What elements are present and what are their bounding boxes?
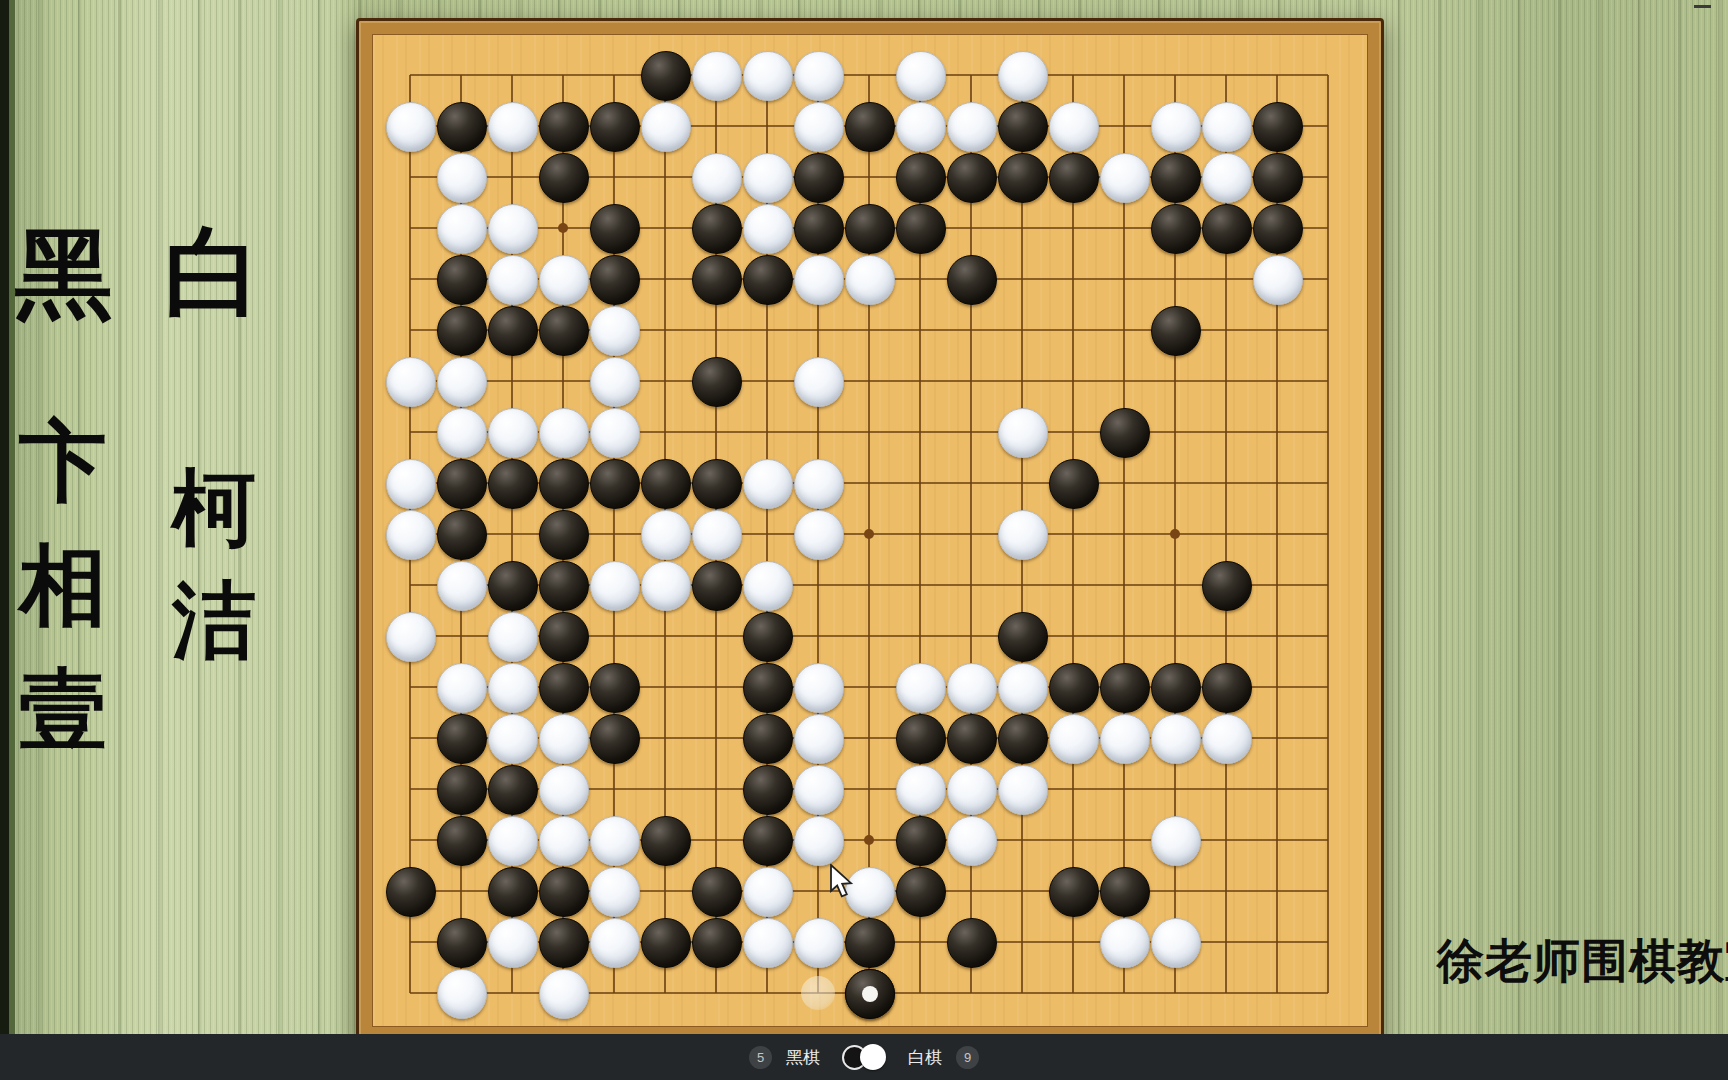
stone-black [1151, 153, 1201, 203]
stone-white [896, 765, 946, 815]
stone-white [1202, 102, 1252, 152]
stone-black [947, 714, 997, 764]
stone-white [896, 51, 946, 101]
black-count-badge: 5 [749, 1046, 772, 1069]
stone-white [743, 51, 793, 101]
stone-white [1049, 714, 1099, 764]
stone-white [1049, 102, 1099, 152]
stone-white [488, 255, 538, 305]
stone-black [1049, 459, 1099, 509]
stone-black [845, 102, 895, 152]
white-toggle-label[interactable]: 白棋 [908, 1046, 942, 1069]
stone-black [539, 918, 589, 968]
stone-white [488, 918, 538, 968]
stone-white [590, 867, 640, 917]
stone-white [947, 663, 997, 713]
stone-black [998, 714, 1048, 764]
stone-black [1151, 204, 1201, 254]
stone-white [437, 408, 487, 458]
stone-white [488, 408, 538, 458]
stone-black [437, 765, 487, 815]
stone-white [998, 663, 1048, 713]
stone-white [794, 765, 844, 815]
stone-white [590, 306, 640, 356]
stone-black [1100, 408, 1150, 458]
stone-white [743, 561, 793, 611]
stone-white [539, 969, 589, 1019]
stone-white [539, 408, 589, 458]
stone-black [488, 306, 538, 356]
stone-black [539, 867, 589, 917]
stone-black [692, 357, 742, 407]
stone-black [845, 204, 895, 254]
stone-black [998, 153, 1048, 203]
stone-black [590, 459, 640, 509]
stone-black [896, 204, 946, 254]
stone-black [692, 918, 742, 968]
stone-white [794, 663, 844, 713]
stone-white [437, 204, 487, 254]
stone-black [539, 510, 589, 560]
stone-black [947, 255, 997, 305]
stone-black [437, 255, 487, 305]
stone-black [539, 102, 589, 152]
stone-white [743, 153, 793, 203]
white-side-label: 白 [163, 220, 263, 324]
stone-white [998, 510, 1048, 560]
last-move-marker [862, 986, 878, 1002]
stone-black [437, 510, 487, 560]
stone-white [1100, 153, 1150, 203]
stone-black [1202, 561, 1252, 611]
stone-white [1100, 918, 1150, 968]
stone-white [794, 714, 844, 764]
stone-white [437, 561, 487, 611]
stone-black [488, 561, 538, 611]
stone-white [1151, 918, 1201, 968]
stone-black [1151, 663, 1201, 713]
stone-black [590, 663, 640, 713]
stone-black [692, 867, 742, 917]
black-player-name: 卞 相 壹 [13, 400, 113, 772]
stone-white [488, 714, 538, 764]
stone-white [539, 255, 589, 305]
stone-white [692, 153, 742, 203]
stone-black [590, 714, 640, 764]
stone-black [1049, 663, 1099, 713]
stone-black [998, 612, 1048, 662]
stone-white [794, 255, 844, 305]
stone-white [947, 102, 997, 152]
stone-white-ghost [801, 976, 835, 1010]
stone-white [1253, 255, 1303, 305]
stone-white [1100, 714, 1150, 764]
stone-white [947, 816, 997, 866]
stone-white [1151, 816, 1201, 866]
stone-black [437, 102, 487, 152]
stone-black [437, 918, 487, 968]
stone-black [539, 306, 589, 356]
stone-black [1100, 867, 1150, 917]
stone-white [743, 459, 793, 509]
stone-white [590, 816, 640, 866]
stone-black [743, 765, 793, 815]
stone-white [386, 612, 436, 662]
stone-white [845, 255, 895, 305]
stone-black [1049, 153, 1099, 203]
stone-black [692, 459, 742, 509]
stone-white [386, 357, 436, 407]
stone-black [947, 153, 997, 203]
stone-black [896, 867, 946, 917]
stone-black [998, 102, 1048, 152]
stone-black [743, 663, 793, 713]
stone-black [539, 459, 589, 509]
stone-black [743, 255, 793, 305]
black-toggle-label[interactable]: 黑棋 [786, 1046, 820, 1069]
stone-black [1253, 153, 1303, 203]
stone-black [641, 459, 691, 509]
stone-black [386, 867, 436, 917]
stone-white [590, 408, 640, 458]
stone-black [437, 714, 487, 764]
stone-white [794, 459, 844, 509]
stone-black [692, 561, 742, 611]
stone-black [743, 816, 793, 866]
stone-black [488, 765, 538, 815]
stone-white [437, 663, 487, 713]
stone-white [743, 867, 793, 917]
stone-black [488, 459, 538, 509]
stone-white [1151, 714, 1201, 764]
stone-black [743, 612, 793, 662]
color-toggle-switch[interactable] [840, 1043, 888, 1071]
stone-black [794, 153, 844, 203]
stone-black [437, 816, 487, 866]
stone-black [1253, 204, 1303, 254]
stone-white [539, 714, 589, 764]
black-side-label: 黑 [14, 222, 114, 326]
white-player-name: 柯 洁 [166, 452, 262, 676]
stone-white [386, 510, 436, 560]
stone-black [539, 153, 589, 203]
stone-white [692, 510, 742, 560]
stone-black [692, 255, 742, 305]
stone-white [488, 102, 538, 152]
stone-white [386, 459, 436, 509]
stone-white [590, 918, 640, 968]
stone-white [794, 816, 844, 866]
stone-white [590, 561, 640, 611]
stone-white [896, 663, 946, 713]
stone-black [1100, 663, 1150, 713]
stone-black [743, 714, 793, 764]
stone-white [1202, 153, 1252, 203]
stone-white [743, 918, 793, 968]
stone-black [590, 102, 640, 152]
stone-black [1049, 867, 1099, 917]
stone-white [947, 765, 997, 815]
watermark-text: 徐老师围棋教室 [1437, 930, 1728, 993]
stone-white [488, 204, 538, 254]
stone-black [488, 867, 538, 917]
stone-black [845, 969, 895, 1019]
stone-black [590, 204, 640, 254]
stone-white [641, 102, 691, 152]
stone-white [488, 663, 538, 713]
stone-black [1253, 102, 1303, 152]
stone-black [437, 306, 487, 356]
stone-white [743, 204, 793, 254]
stone-black [539, 612, 589, 662]
stone-black [896, 816, 946, 866]
stone-black [641, 51, 691, 101]
stone-white [692, 51, 742, 101]
stone-white [794, 510, 844, 560]
stone-white [794, 102, 844, 152]
stone-white [1151, 102, 1201, 152]
left-edge-strip [0, 0, 9, 1080]
stone-black [539, 663, 589, 713]
stone-white [437, 357, 487, 407]
stone-white [539, 765, 589, 815]
stone-white [998, 765, 1048, 815]
stone-black [794, 204, 844, 254]
stone-black [1151, 306, 1201, 356]
stone-black [641, 918, 691, 968]
stone-white [1202, 714, 1252, 764]
stone-white [794, 51, 844, 101]
stone-white [998, 408, 1048, 458]
stone-white [488, 612, 538, 662]
stone-black [692, 204, 742, 254]
stone-black [590, 255, 640, 305]
stone-white [845, 867, 895, 917]
toggle-white-knob [860, 1044, 886, 1070]
stone-white [641, 510, 691, 560]
stone-white [488, 816, 538, 866]
stone-black [845, 918, 895, 968]
stone-black [896, 714, 946, 764]
white-count-badge: 9 [956, 1046, 979, 1069]
stone-black [539, 561, 589, 611]
stone-white [998, 51, 1048, 101]
stone-black [437, 459, 487, 509]
stone-white [437, 969, 487, 1019]
stone-black [1202, 204, 1252, 254]
stone-white [896, 102, 946, 152]
stone-black [641, 816, 691, 866]
stone-white [794, 357, 844, 407]
stone-black [1202, 663, 1252, 713]
stone-white [794, 918, 844, 968]
stone-white [590, 357, 640, 407]
stone-black [947, 918, 997, 968]
bottom-toolbar: 5 黑棋 白棋 9 [0, 1034, 1728, 1080]
minimize-icon[interactable] [1694, 5, 1711, 8]
stone-black [896, 153, 946, 203]
stone-white [539, 816, 589, 866]
stone-white [386, 102, 436, 152]
stone-white [437, 153, 487, 203]
screen: 黑 白 卞 相 壹 柯 洁 徐老师围棋教室 5 黑棋 白棋 9 [0, 0, 1728, 1080]
stone-white [641, 561, 691, 611]
